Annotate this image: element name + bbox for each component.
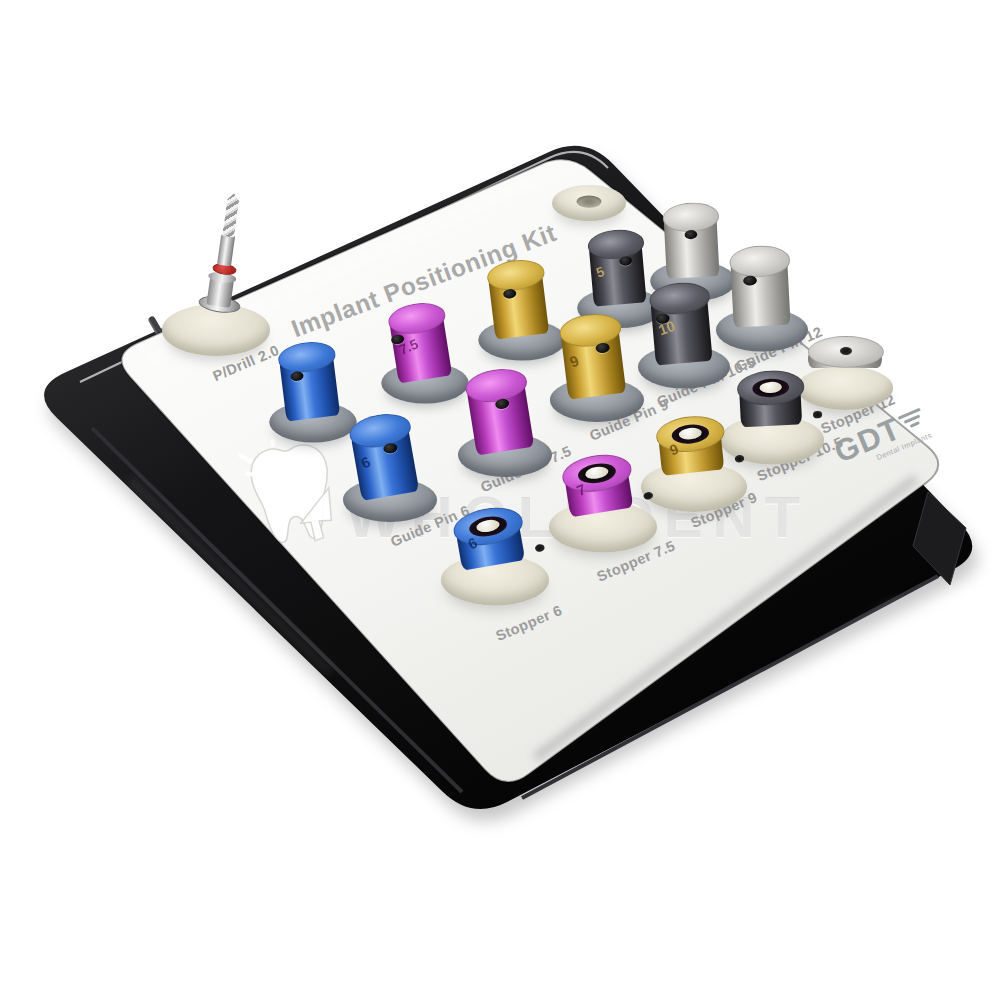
stopper-side-hole <box>643 491 654 500</box>
drill-flute-tip <box>222 192 240 237</box>
stopper-side-hole <box>813 411 823 419</box>
drill-shank <box>217 234 235 267</box>
disc-center-hole <box>840 347 852 355</box>
stopper-side-hole <box>534 544 545 553</box>
stopper-6: 6 <box>431 421 558 612</box>
product-photo-implant-positioning-kit: WHOLEDENT Implant Positioning Kit GDT De… <box>0 0 1000 1000</box>
stopper-side-hole <box>734 455 744 463</box>
